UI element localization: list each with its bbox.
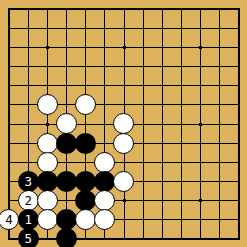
move-number: 3 xyxy=(24,171,32,192)
stone-black[interactable] xyxy=(94,171,115,192)
stone-black[interactable] xyxy=(56,171,77,192)
stone-white[interactable] xyxy=(37,94,58,115)
stone-white[interactable] xyxy=(37,152,58,173)
move-number: 1 xyxy=(24,209,32,230)
stone-black[interactable] xyxy=(75,171,96,192)
stone-black[interactable] xyxy=(56,209,77,230)
move-number: 5 xyxy=(24,228,32,247)
move-number: 4 xyxy=(5,209,13,230)
stone-white[interactable] xyxy=(37,209,58,230)
stone-black[interactable] xyxy=(56,133,77,154)
stone-white[interactable] xyxy=(94,190,115,211)
stone-black[interactable]: 3 xyxy=(18,171,39,192)
stone-white[interactable] xyxy=(113,133,134,154)
stone-black[interactable] xyxy=(75,190,96,211)
stone-white[interactable] xyxy=(37,190,58,211)
stone-white[interactable] xyxy=(113,113,134,134)
stone-white[interactable] xyxy=(37,133,58,154)
stone-black[interactable] xyxy=(56,228,77,247)
stone-black[interactable] xyxy=(75,133,96,154)
stone-black[interactable] xyxy=(37,171,58,192)
stone-white[interactable] xyxy=(75,94,96,115)
stone-white[interactable] xyxy=(94,152,115,173)
stone-white[interactable] xyxy=(56,113,77,134)
move-number: 2 xyxy=(24,190,32,211)
stone-white[interactable] xyxy=(94,209,115,230)
stone-black[interactable]: 1 xyxy=(18,209,39,230)
go-diagram: 32415 xyxy=(0,0,247,247)
stone-white[interactable]: 4 xyxy=(0,209,19,230)
stone-white[interactable] xyxy=(75,209,96,230)
stones-grid: 32415 xyxy=(0,0,247,247)
stone-black[interactable]: 5 xyxy=(18,228,39,247)
stone-white[interactable]: 2 xyxy=(18,190,39,211)
stone-white[interactable] xyxy=(113,171,134,192)
